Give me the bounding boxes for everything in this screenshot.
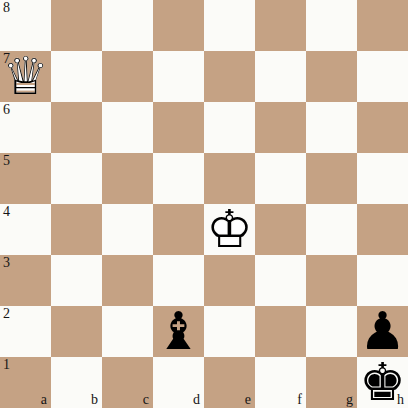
- square-d5[interactable]: [153, 153, 204, 204]
- square-f3[interactable]: [255, 255, 306, 306]
- square-d8[interactable]: [153, 0, 204, 51]
- square-f5[interactable]: [255, 153, 306, 204]
- square-c6[interactable]: [102, 102, 153, 153]
- square-c2[interactable]: [102, 306, 153, 357]
- square-g8[interactable]: [306, 0, 357, 51]
- rank-label-5: 5: [3, 153, 10, 169]
- square-b7[interactable]: [51, 51, 102, 102]
- square-e4[interactable]: ♚♔: [204, 204, 255, 255]
- square-e3[interactable]: [204, 255, 255, 306]
- square-a4[interactable]: 4: [0, 204, 51, 255]
- square-c7[interactable]: [102, 51, 153, 102]
- file-label-d: d: [193, 393, 200, 407]
- square-a2[interactable]: 2: [0, 306, 51, 357]
- square-b3[interactable]: [51, 255, 102, 306]
- square-e7[interactable]: [204, 51, 255, 102]
- square-b1[interactable]: b: [51, 357, 102, 408]
- square-d7[interactable]: [153, 51, 204, 102]
- file-label-e: e: [245, 393, 251, 407]
- black-bishop[interactable]: ♝: [153, 306, 204, 357]
- chess-board: 87♛♕654♚♔32♝♟1abcdefgh♚: [0, 0, 408, 408]
- square-h2[interactable]: ♟: [357, 306, 408, 357]
- square-c4[interactable]: [102, 204, 153, 255]
- square-a1[interactable]: 1a: [0, 357, 51, 408]
- square-a7[interactable]: 7♛♕: [0, 51, 51, 102]
- white-queen[interactable]: ♛♕: [0, 51, 51, 102]
- file-label-g: g: [346, 393, 353, 407]
- rank-label-1: 1: [3, 357, 10, 373]
- square-f2[interactable]: [255, 306, 306, 357]
- square-h1[interactable]: h♚: [357, 357, 408, 408]
- square-c5[interactable]: [102, 153, 153, 204]
- square-c1[interactable]: c: [102, 357, 153, 408]
- square-h7[interactable]: [357, 51, 408, 102]
- square-b6[interactable]: [51, 102, 102, 153]
- square-e5[interactable]: [204, 153, 255, 204]
- square-f7[interactable]: [255, 51, 306, 102]
- square-e1[interactable]: e: [204, 357, 255, 408]
- black-pawn[interactable]: ♟: [357, 306, 408, 357]
- square-g5[interactable]: [306, 153, 357, 204]
- file-label-f: f: [297, 393, 302, 407]
- square-f6[interactable]: [255, 102, 306, 153]
- square-a6[interactable]: 6: [0, 102, 51, 153]
- square-e2[interactable]: [204, 306, 255, 357]
- file-label-c: c: [143, 393, 149, 407]
- square-g6[interactable]: [306, 102, 357, 153]
- square-a8[interactable]: 8: [0, 0, 51, 51]
- square-h5[interactable]: [357, 153, 408, 204]
- square-c8[interactable]: [102, 0, 153, 51]
- white-king[interactable]: ♚♔: [204, 204, 255, 255]
- square-g7[interactable]: [306, 51, 357, 102]
- square-f8[interactable]: [255, 0, 306, 51]
- square-h3[interactable]: [357, 255, 408, 306]
- rank-label-3: 3: [3, 255, 10, 271]
- square-h4[interactable]: [357, 204, 408, 255]
- square-c3[interactable]: [102, 255, 153, 306]
- square-b8[interactable]: [51, 0, 102, 51]
- file-label-a: a: [41, 393, 47, 407]
- square-h8[interactable]: [357, 0, 408, 51]
- file-label-b: b: [91, 393, 98, 407]
- square-d2[interactable]: ♝: [153, 306, 204, 357]
- rank-label-2: 2: [3, 306, 10, 322]
- square-f4[interactable]: [255, 204, 306, 255]
- square-b5[interactable]: [51, 153, 102, 204]
- rank-label-4: 4: [3, 204, 10, 220]
- square-d4[interactable]: [153, 204, 204, 255]
- square-d1[interactable]: d: [153, 357, 204, 408]
- rank-label-6: 6: [3, 102, 10, 118]
- square-g1[interactable]: g: [306, 357, 357, 408]
- square-h6[interactable]: [357, 102, 408, 153]
- square-f1[interactable]: f: [255, 357, 306, 408]
- square-g4[interactable]: [306, 204, 357, 255]
- square-d6[interactable]: [153, 102, 204, 153]
- square-g2[interactable]: [306, 306, 357, 357]
- black-king[interactable]: ♚: [357, 357, 408, 408]
- square-b4[interactable]: [51, 204, 102, 255]
- square-b2[interactable]: [51, 306, 102, 357]
- square-g3[interactable]: [306, 255, 357, 306]
- square-e8[interactable]: [204, 0, 255, 51]
- square-e6[interactable]: [204, 102, 255, 153]
- square-d3[interactable]: [153, 255, 204, 306]
- square-a5[interactable]: 5: [0, 153, 51, 204]
- square-a3[interactable]: 3: [0, 255, 51, 306]
- rank-label-8: 8: [3, 0, 10, 16]
